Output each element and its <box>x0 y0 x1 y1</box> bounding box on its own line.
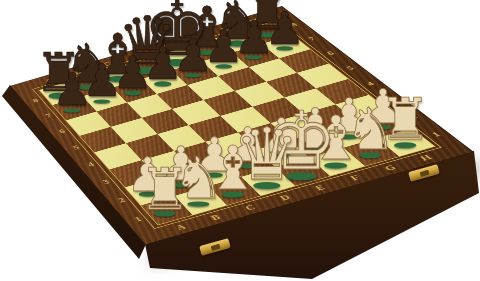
file-label-bottom-a: A <box>174 222 189 232</box>
file-label-bottom-g: G <box>382 163 399 173</box>
rank-label-left-8: 8 <box>31 97 40 104</box>
file-label-bottom-d: D <box>277 193 293 203</box>
file-label-top-f: F <box>189 35 201 42</box>
file-label-bottom-c: C <box>243 203 258 213</box>
rank-label-left-3: 3 <box>100 177 111 185</box>
rank-label-right-2: 2 <box>406 113 420 121</box>
file-label-bottom-h: H <box>417 153 435 163</box>
file-label-top-e: E <box>160 43 172 50</box>
rank-label-left-2: 2 <box>116 196 127 205</box>
rank-label-left-6: 6 <box>57 127 67 134</box>
rank-label-right-4: 4 <box>364 80 377 88</box>
rank-label-right-6: 6 <box>324 49 336 56</box>
file-label-top-b: B <box>72 69 83 76</box>
file-label-bottom-b: B <box>208 213 222 223</box>
file-label-top-c: C <box>101 60 113 67</box>
file-label-top-a: A <box>43 77 54 84</box>
rank-label-left-5: 5 <box>71 143 81 151</box>
file-label-top-g: G <box>218 26 231 33</box>
file-label-bottom-f: F <box>348 173 363 182</box>
rank-label-right-7: 7 <box>306 35 318 42</box>
rank-label-left-4: 4 <box>85 160 96 168</box>
file-label-top-h: H <box>248 17 262 24</box>
file-label-bottom-e: E <box>312 183 327 192</box>
rank-label-right-1: 1 <box>429 130 443 138</box>
rank-label-right-5: 5 <box>344 64 357 71</box>
rank-label-left-1: 1 <box>132 214 144 223</box>
rank-label-right-3: 3 <box>384 96 397 104</box>
rank-label-right-8: 8 <box>288 21 299 28</box>
chess-set-photo: 8877665544332211AABBCCDDEEFFGGHH ♜♞♟♝♟♚♟… <box>0 0 480 281</box>
file-label-top-d: D <box>130 52 142 59</box>
rank-label-left-7: 7 <box>43 112 53 119</box>
